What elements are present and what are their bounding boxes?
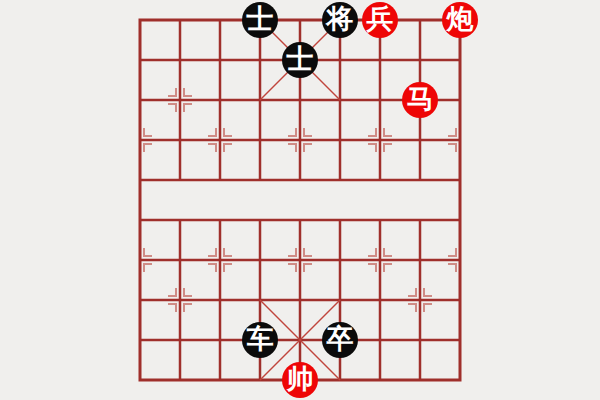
black-advisor-2-piece[interactable]: 士 — [282, 42, 318, 78]
black-chariot-piece[interactable]: 车 — [242, 322, 278, 358]
board-cell: 车 — [240, 320, 280, 360]
piece-glyph: 卒 — [327, 326, 354, 353]
red-soldier-piece[interactable]: 兵 — [362, 2, 398, 38]
piece-glyph: 士 — [247, 6, 274, 33]
xiangqi-screenshot: 士将兵炮士马车卒帅 — [0, 0, 600, 400]
red-cannon-piece[interactable]: 炮 — [442, 2, 478, 38]
piece-glyph: 将 — [327, 6, 354, 33]
board-cell: 士 — [280, 40, 320, 80]
board-cell: 兵 — [360, 0, 400, 40]
piece-glyph: 兵 — [367, 6, 394, 33]
piece-glyph: 士 — [287, 46, 314, 73]
black-general-piece[interactable]: 将 — [322, 2, 358, 38]
board-cell: 炮 — [440, 0, 480, 40]
board-cell: 士 — [240, 0, 280, 40]
piece-glyph: 马 — [407, 86, 434, 113]
board-cell: 马 — [400, 80, 440, 120]
piece-glyph: 车 — [247, 326, 274, 353]
black-advisor-1-piece[interactable]: 士 — [242, 2, 278, 38]
piece-glyph: 炮 — [447, 6, 474, 33]
red-horse-piece[interactable]: 马 — [402, 82, 438, 118]
piece-glyph: 帅 — [287, 366, 314, 393]
xiangqi-board: 士将兵炮士马车卒帅 — [120, 0, 480, 400]
board-cell: 卒 — [320, 320, 360, 360]
black-soldier-piece[interactable]: 卒 — [322, 322, 358, 358]
board-cell: 将 — [320, 0, 360, 40]
board-cell: 帅 — [280, 360, 320, 400]
red-general-piece[interactable]: 帅 — [282, 362, 318, 398]
